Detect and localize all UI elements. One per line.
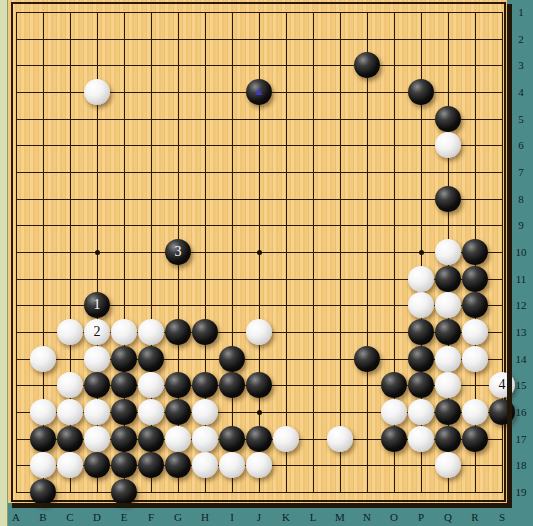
stone-black-I17 <box>219 426 245 452</box>
stone-white-M17 <box>327 426 353 452</box>
stone-white-D4 <box>84 79 110 105</box>
stone-black-E14 <box>111 346 137 372</box>
star-point <box>95 250 100 255</box>
stone-white-I18 <box>219 452 245 478</box>
stone-white-D17 <box>84 426 110 452</box>
stone-black-Q16 <box>435 399 461 425</box>
go-app-window: ▲3124 ABCDEFGHIJKLMNOPQRS123456789101112… <box>0 0 533 526</box>
stone-white-Q15 <box>435 372 461 398</box>
stone-move-label: 1 <box>94 298 101 312</box>
coord-label-bottom-P: P <box>418 512 424 523</box>
stone-black-Q17 <box>435 426 461 452</box>
stone-black-D15 <box>84 372 110 398</box>
stone-white-H16 <box>192 399 218 425</box>
coord-label-right-12: 12 <box>516 300 527 311</box>
stone-white-Q10 <box>435 239 461 265</box>
coord-label-right-14: 14 <box>516 354 527 365</box>
stone-white-Q12 <box>435 292 461 318</box>
stone-white-R14 <box>462 346 488 372</box>
stone-move-label: 2 <box>94 325 101 339</box>
stone-black-P14 <box>408 346 434 372</box>
coord-label-bottom-C: C <box>66 512 73 523</box>
coord-label-right-9: 9 <box>518 220 524 231</box>
stone-black-O15 <box>381 372 407 398</box>
stone-black-E19 <box>111 479 137 505</box>
stone-black-J17 <box>246 426 272 452</box>
stone-white-C15 <box>57 372 83 398</box>
stone-move-label: 4 <box>499 378 506 392</box>
coord-label-bottom-J: J <box>257 512 261 523</box>
stone-black-G18 <box>165 452 191 478</box>
stone-black-D18 <box>84 452 110 478</box>
stone-black-Q8 <box>435 186 461 212</box>
coord-label-bottom-N: N <box>363 512 371 523</box>
stone-black-G15 <box>165 372 191 398</box>
coord-label-bottom-K: K <box>282 512 290 523</box>
stone-black-R10 <box>462 239 488 265</box>
coord-label-right-11: 11 <box>516 274 527 285</box>
stone-black-Q11 <box>435 266 461 292</box>
stone-black-G10: 3 <box>165 239 191 265</box>
stone-black-R11 <box>462 266 488 292</box>
stone-white-P11 <box>408 266 434 292</box>
stone-white-J13 <box>246 319 272 345</box>
stone-white-J18 <box>246 452 272 478</box>
coord-label-bottom-O: O <box>390 512 398 523</box>
coord-label-bottom-E: E <box>121 512 128 523</box>
stone-white-D13: 2 <box>84 319 110 345</box>
coord-label-right-17: 17 <box>516 434 527 445</box>
coord-label-right-4: 4 <box>518 87 524 98</box>
stone-black-G13 <box>165 319 191 345</box>
coord-label-right-1: 1 <box>518 7 524 18</box>
stone-black-H13 <box>192 319 218 345</box>
coord-label-bottom-D: D <box>93 512 101 523</box>
stone-black-B19 <box>30 479 56 505</box>
coord-label-right-8: 8 <box>518 194 524 205</box>
board-grid-line <box>340 12 341 493</box>
stone-white-D16 <box>84 399 110 425</box>
stone-black-I15 <box>219 372 245 398</box>
coord-label-right-19: 19 <box>516 487 527 498</box>
stone-black-B17 <box>30 426 56 452</box>
stone-black-J4: ▲ <box>246 79 272 105</box>
coord-label-bottom-S: S <box>499 512 505 523</box>
stone-black-Q5 <box>435 106 461 132</box>
stone-white-P16 <box>408 399 434 425</box>
stone-black-P13 <box>408 319 434 345</box>
coord-label-bottom-H: H <box>201 512 209 523</box>
coord-label-bottom-A: A <box>12 512 20 523</box>
stone-white-H18 <box>192 452 218 478</box>
coord-label-right-18: 18 <box>516 460 527 471</box>
stone-white-B14 <box>30 346 56 372</box>
stone-white-D14 <box>84 346 110 372</box>
stone-black-G16 <box>165 399 191 425</box>
stone-white-B18 <box>30 452 56 478</box>
stone-white-Q18 <box>435 452 461 478</box>
stone-white-O16 <box>381 399 407 425</box>
stone-black-F17 <box>138 426 164 452</box>
stone-white-P12 <box>408 292 434 318</box>
coord-label-bottom-R: R <box>471 512 478 523</box>
stone-white-B16 <box>30 399 56 425</box>
coord-label-right-7: 7 <box>518 167 524 178</box>
board-grid-line <box>313 12 314 493</box>
stone-black-R17 <box>462 426 488 452</box>
left-edge-strip <box>0 0 8 526</box>
stone-white-Q14 <box>435 346 461 372</box>
stone-move-label: 3 <box>175 245 182 259</box>
coord-label-right-10: 10 <box>516 247 527 258</box>
triangle-marker-icon: ▲ <box>253 85 265 97</box>
star-point <box>419 250 424 255</box>
stone-white-K17 <box>273 426 299 452</box>
coord-label-right-3: 3 <box>518 60 524 71</box>
stone-white-G17 <box>165 426 191 452</box>
star-point <box>257 410 262 415</box>
stone-black-O17 <box>381 426 407 452</box>
board-shadow-right <box>507 4 512 508</box>
stone-black-H15 <box>192 372 218 398</box>
stone-white-F15 <box>138 372 164 398</box>
stone-white-R13 <box>462 319 488 345</box>
coord-label-right-15: 15 <box>516 380 527 391</box>
coord-label-bottom-M: M <box>335 512 345 523</box>
stone-black-R12 <box>462 292 488 318</box>
stone-white-F16 <box>138 399 164 425</box>
coord-label-right-5: 5 <box>518 114 524 125</box>
star-point <box>257 250 262 255</box>
board-grid-line <box>286 12 287 493</box>
stone-black-E18 <box>111 452 137 478</box>
stone-black-D12: 1 <box>84 292 110 318</box>
stone-black-E16 <box>111 399 137 425</box>
coord-label-bottom-Q: Q <box>444 512 452 523</box>
coord-label-bottom-I: I <box>230 512 234 523</box>
stone-white-F13 <box>138 319 164 345</box>
stone-black-E17 <box>111 426 137 452</box>
board-grid-line <box>367 12 368 493</box>
stone-white-E13 <box>111 319 137 345</box>
board-grid-line <box>16 492 503 493</box>
coord-label-bottom-L: L <box>310 512 317 523</box>
stone-white-C18 <box>57 452 83 478</box>
coord-label-right-2: 2 <box>518 34 524 45</box>
coord-label-bottom-B: B <box>39 512 46 523</box>
stone-white-R16 <box>462 399 488 425</box>
stone-white-P17 <box>408 426 434 452</box>
coord-label-right-16: 16 <box>516 407 527 418</box>
stone-white-Q6 <box>435 132 461 158</box>
stone-black-I14 <box>219 346 245 372</box>
stone-black-F14 <box>138 346 164 372</box>
stone-black-P15 <box>408 372 434 398</box>
stone-white-C16 <box>57 399 83 425</box>
go-board[interactable]: ▲3124 <box>8 0 507 503</box>
stone-black-F18 <box>138 452 164 478</box>
stone-black-E15 <box>111 372 137 398</box>
stone-black-N14 <box>354 346 380 372</box>
stone-black-Q13 <box>435 319 461 345</box>
stone-white-C13 <box>57 319 83 345</box>
stone-black-P4 <box>408 79 434 105</box>
coord-label-bottom-G: G <box>174 512 182 523</box>
coord-label-right-13: 13 <box>516 327 527 338</box>
stone-black-N3 <box>354 52 380 78</box>
coord-label-bottom-F: F <box>148 512 154 523</box>
stone-white-H17 <box>192 426 218 452</box>
stone-black-C17 <box>57 426 83 452</box>
coord-label-right-6: 6 <box>518 140 524 151</box>
stone-black-J15 <box>246 372 272 398</box>
board-shadow-bottom <box>12 503 512 508</box>
